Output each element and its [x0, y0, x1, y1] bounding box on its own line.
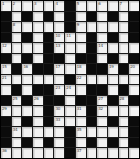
cell-r14c10[interactable] [97, 138, 107, 148]
clue-number-24: 24 [66, 85, 71, 90]
clue-number-19: 19 [109, 64, 114, 69]
clue-number-11: 11 [66, 33, 71, 38]
cell-r8c2[interactable] [12, 75, 22, 85]
black-cell-r12c5 [44, 117, 54, 127]
black-cell-r7c12 [119, 64, 129, 74]
cell-r3c2[interactable]: 8 [12, 22, 22, 32]
cell-r8c11[interactable] [108, 75, 118, 85]
black-cell-r9c5 [44, 85, 54, 95]
cell-r7c11[interactable]: 19 [108, 64, 118, 74]
cell-r5c12[interactable] [119, 43, 129, 53]
clue-number-6: 6 [98, 1, 100, 6]
cell-r1c3[interactable] [22, 1, 32, 11]
cell-r11c10[interactable]: 32 [97, 106, 107, 116]
black-cell-r14c1 [1, 138, 11, 148]
cell-r1c10[interactable]: 6 [97, 1, 107, 11]
cell-r5c2[interactable] [12, 43, 22, 53]
cell-r4c8[interactable] [76, 33, 86, 43]
clue-number-10: 10 [55, 33, 60, 38]
black-cell-r7c4 [33, 64, 43, 74]
cell-r13c5[interactable] [44, 127, 54, 137]
clue-number-29: 29 [2, 106, 7, 111]
cell-r11c3[interactable] [22, 106, 32, 116]
cell-r14c4[interactable] [33, 138, 43, 148]
cell-r12c10[interactable] [97, 117, 107, 127]
clue-number-17: 17 [55, 64, 60, 69]
black-cell-r1c7 [65, 1, 75, 11]
clue-number-35: 35 [77, 127, 82, 132]
clue-number-27: 27 [98, 96, 103, 101]
black-cell-r13c1 [1, 127, 11, 137]
cell-r11c4[interactable] [33, 106, 43, 116]
cell-r5c13[interactable] [129, 43, 139, 53]
black-cell-r6c1 [1, 54, 11, 64]
clue-number-9: 9 [77, 22, 79, 27]
cell-r8c13[interactable] [129, 75, 139, 85]
cell-r10c4[interactable]: 26 [33, 96, 43, 106]
black-cell-r11c5 [44, 106, 54, 116]
black-cell-r2c1 [1, 12, 11, 22]
black-cell-r14c9 [87, 138, 97, 148]
cell-r8c8[interactable]: 22 [76, 75, 86, 85]
cell-r7c7[interactable] [65, 64, 75, 74]
cell-r15c8[interactable]: 37 [76, 148, 86, 158]
cell-r10c10[interactable]: 27 [97, 96, 107, 106]
clue-number-5: 5 [77, 1, 79, 6]
black-cell-r11c9 [87, 106, 97, 116]
cell-r3c12[interactable] [119, 22, 129, 32]
cell-r6c10[interactable] [97, 54, 107, 64]
cell-r2c8[interactable] [76, 12, 86, 22]
cell-r3c6[interactable] [54, 22, 64, 32]
cell-r6c2[interactable] [12, 54, 22, 64]
black-cell-r13c13 [129, 127, 139, 137]
cell-r9c11[interactable] [108, 85, 118, 95]
cell-r11c11[interactable] [108, 106, 118, 116]
black-cell-r13c7 [65, 127, 75, 137]
clue-number-22: 22 [77, 75, 82, 80]
clue-number-31: 31 [77, 106, 82, 111]
clue-number-37: 37 [77, 148, 82, 153]
black-cell-r9c12 [119, 85, 129, 95]
clue-number-12: 12 [2, 43, 7, 48]
cell-r2c4[interactable] [33, 12, 43, 22]
cell-r5c6[interactable]: 13 [54, 43, 64, 53]
cell-r1c9[interactable] [87, 1, 97, 11]
cell-r1c8[interactable]: 5 [76, 1, 86, 11]
cell-r15c11[interactable] [108, 148, 118, 158]
cell-r12c2[interactable] [12, 117, 22, 127]
cell-r8c4[interactable] [33, 75, 43, 85]
black-cell-r12c9 [87, 117, 97, 127]
cell-r2c12[interactable] [119, 12, 129, 22]
cell-r15c6[interactable] [54, 148, 64, 158]
black-cell-r15c7 [65, 148, 75, 158]
black-cell-r6c8 [76, 54, 86, 64]
black-cell-r12c13 [129, 117, 139, 127]
cell-r12c12[interactable] [119, 117, 129, 127]
cell-r7c6[interactable]: 17 [54, 64, 64, 74]
cell-r3c11[interactable] [108, 22, 118, 32]
black-cell-r7c5 [44, 64, 54, 74]
cell-r4c10[interactable] [97, 33, 107, 43]
cell-r5c11[interactable] [108, 43, 118, 53]
crossword-grid: 1234567891011121314151617181920212223242… [0, 0, 140, 159]
black-cell-r4c13 [129, 33, 139, 43]
black-cell-r14c5 [44, 138, 54, 148]
cell-r1c12[interactable]: 7 [119, 1, 129, 11]
black-cell-r9c2 [12, 85, 22, 95]
black-cell-r6c9 [87, 54, 97, 64]
black-cell-r14c11 [108, 138, 118, 148]
cell-r15c2[interactable] [12, 148, 22, 158]
clue-number-14: 14 [98, 43, 103, 48]
black-cell-r2c5 [44, 12, 54, 22]
cell-r5c10[interactable]: 14 [97, 43, 107, 53]
black-cell-r9c9 [87, 85, 97, 95]
cell-r8c12[interactable] [119, 75, 129, 85]
cell-r3c5[interactable] [44, 22, 54, 32]
cell-r4c12[interactable] [119, 33, 129, 43]
clue-number-16: 16 [23, 64, 28, 69]
cell-r1c2[interactable]: 2 [12, 1, 22, 11]
cell-r5c1[interactable]: 12 [1, 43, 11, 53]
clue-number-23: 23 [55, 85, 60, 90]
cell-r15c5[interactable] [44, 148, 54, 158]
cell-r15c4[interactable] [33, 148, 43, 158]
cell-r3c10[interactable] [97, 22, 107, 32]
cell-r1c13[interactable] [129, 1, 139, 11]
clue-number-21: 21 [2, 75, 7, 80]
cell-r6c4[interactable] [33, 54, 43, 64]
cell-r15c10[interactable] [97, 148, 107, 158]
black-cell-r2c11 [108, 12, 118, 22]
cell-r2c10[interactable] [97, 12, 107, 22]
cell-r5c7[interactable] [65, 43, 75, 53]
black-cell-r10c3 [22, 96, 32, 106]
black-cell-r4c11 [108, 33, 118, 43]
black-cell-r7c2 [12, 64, 22, 74]
cell-r9c6[interactable]: 23 [54, 85, 64, 95]
cell-r8c5[interactable] [44, 75, 54, 85]
black-cell-r2c7 [65, 12, 75, 22]
cell-r9c3[interactable] [22, 85, 32, 95]
clue-number-15: 15 [2, 64, 7, 69]
cell-r1c11[interactable] [108, 1, 118, 11]
cell-r14c6[interactable] [54, 138, 64, 148]
cell-r9c1[interactable] [1, 85, 11, 95]
clue-number-26: 26 [34, 96, 39, 101]
cell-r5c4[interactable] [33, 43, 43, 53]
cell-r13c2[interactable]: 34 [12, 127, 22, 137]
black-cell-r10c11 [108, 96, 118, 106]
clue-number-8: 8 [13, 22, 15, 27]
clue-number-33: 33 [55, 117, 60, 122]
cell-r13c9[interactable] [87, 127, 97, 137]
cell-r3c8[interactable]: 9 [76, 22, 86, 32]
cell-r13c11[interactable] [108, 127, 118, 137]
cell-r14c8[interactable] [76, 138, 86, 148]
black-cell-r4c5 [44, 33, 54, 43]
cell-r3c9[interactable] [87, 22, 97, 32]
clue-number-13: 13 [55, 43, 60, 48]
cell-r11c7[interactable] [65, 106, 75, 116]
black-cell-r12c1 [1, 117, 11, 127]
cell-r7c3[interactable]: 16 [22, 64, 32, 74]
black-cell-r5c5 [44, 43, 54, 53]
cell-r7c8[interactable]: 18 [76, 64, 86, 74]
cell-r10c12[interactable]: 28 [119, 96, 129, 106]
cell-r5c8[interactable] [76, 43, 86, 53]
black-cell-r10c13 [129, 96, 139, 106]
black-cell-r12c11 [108, 117, 118, 127]
cell-r1c5[interactable] [44, 1, 54, 11]
black-cell-r10c9 [87, 96, 97, 106]
cell-r7c13[interactable]: 20 [129, 64, 139, 74]
cell-r11c13[interactable] [129, 106, 139, 116]
clue-number-3: 3 [34, 1, 36, 6]
cell-r8c1[interactable]: 21 [1, 75, 11, 85]
cell-r11c8[interactable]: 31 [76, 106, 86, 116]
cell-r2c2[interactable] [12, 12, 22, 22]
cell-r1c1[interactable]: 1 [1, 1, 11, 11]
cell-r11c6[interactable]: 30 [54, 106, 64, 116]
cell-r3c3[interactable] [22, 22, 32, 32]
cell-r13c12[interactable] [119, 127, 129, 137]
cell-r8c3[interactable] [22, 75, 32, 85]
black-cell-r14c13 [129, 138, 139, 148]
cell-r15c9[interactable] [87, 148, 97, 158]
cell-r12c8[interactable] [76, 117, 86, 127]
cell-r13c4[interactable] [33, 127, 43, 137]
black-cell-r14c3 [22, 138, 32, 148]
black-cell-r6c5 [44, 54, 54, 64]
cell-r14c12[interactable] [119, 138, 129, 148]
cell-r13c6[interactable] [54, 127, 64, 137]
cell-r12c7[interactable] [65, 117, 75, 127]
cell-r4c6[interactable]: 10 [54, 33, 64, 43]
cell-r5c3[interactable] [22, 43, 32, 53]
black-cell-r10c6 [54, 96, 64, 106]
black-cell-r6c3 [22, 54, 32, 64]
black-cell-r3c1 [1, 22, 11, 32]
black-cell-r9c10 [97, 85, 107, 95]
cell-r14c2[interactable] [12, 138, 22, 148]
black-cell-r7c10 [97, 64, 107, 74]
cell-r1c6[interactable]: 4 [54, 1, 64, 11]
cell-r1c4[interactable]: 3 [33, 1, 43, 11]
cell-r4c4[interactable] [33, 33, 43, 43]
cell-r15c13[interactable] [129, 148, 139, 158]
cell-r11c1[interactable]: 29 [1, 106, 11, 116]
cell-r8c9[interactable] [87, 75, 97, 85]
cell-r6c12[interactable] [119, 54, 129, 64]
cell-r11c2[interactable] [12, 106, 22, 116]
cell-r4c2[interactable] [12, 33, 22, 43]
clue-number-36: 36 [2, 148, 7, 153]
cell-r15c12[interactable] [119, 148, 129, 158]
black-cell-r2c9 [87, 12, 97, 22]
cell-r8c10[interactable] [97, 75, 107, 85]
cell-r13c10[interactable] [97, 127, 107, 137]
clue-number-25: 25 [13, 96, 18, 101]
cell-r9c7[interactable]: 24 [65, 85, 75, 95]
black-cell-r7c9 [87, 64, 97, 74]
black-cell-r12c3 [22, 117, 32, 127]
clue-number-1: 1 [2, 1, 4, 6]
clue-number-34: 34 [13, 127, 18, 132]
clue-number-7: 7 [120, 1, 122, 6]
cell-r7c1[interactable]: 15 [1, 64, 11, 74]
cell-r9c13[interactable] [129, 85, 139, 95]
black-cell-r5c9 [87, 43, 97, 53]
black-cell-r8c7 [65, 75, 75, 85]
cell-r9c8[interactable] [76, 85, 86, 95]
black-cell-r6c11 [108, 54, 118, 64]
clue-number-4: 4 [55, 1, 57, 6]
black-cell-r10c5 [44, 96, 54, 106]
black-cell-r14c7 [65, 138, 75, 148]
black-cell-r9c4 [33, 85, 43, 95]
cell-r11c12[interactable] [119, 106, 129, 116]
cell-r15c3[interactable] [22, 148, 32, 158]
cell-r6c7[interactable] [65, 54, 75, 64]
clue-number-2: 2 [13, 1, 15, 6]
cell-r12c6[interactable]: 33 [54, 117, 64, 127]
black-cell-r4c9 [87, 33, 97, 43]
black-cell-r3c7 [65, 22, 75, 32]
cell-r10c7[interactable] [65, 96, 75, 106]
black-cell-r2c3 [22, 12, 32, 22]
black-cell-r3c13 [129, 22, 139, 32]
clue-number-20: 20 [130, 64, 135, 69]
cell-r15c1[interactable]: 36 [1, 148, 11, 158]
black-cell-r2c13 [129, 12, 139, 22]
cell-r13c8[interactable]: 35 [76, 127, 86, 137]
clue-number-28: 28 [120, 96, 125, 101]
cell-r3c4[interactable] [33, 22, 43, 32]
cell-r13c3[interactable] [22, 127, 32, 137]
clue-number-32: 32 [98, 106, 103, 111]
cell-r8c6[interactable] [54, 75, 64, 85]
black-cell-r6c6 [54, 54, 64, 64]
clue-number-18: 18 [77, 64, 82, 69]
black-cell-r4c1 [1, 33, 11, 43]
clue-number-30: 30 [55, 106, 60, 111]
cell-r12c4[interactable] [33, 117, 43, 127]
cell-r10c2[interactable]: 25 [12, 96, 22, 106]
black-cell-r4c3 [22, 33, 32, 43]
black-cell-r10c8 [76, 96, 86, 106]
black-cell-r10c1 [1, 96, 11, 106]
black-cell-r6c13 [129, 54, 139, 64]
cell-r2c6[interactable] [54, 12, 64, 22]
cell-r4c7[interactable]: 11 [65, 33, 75, 43]
